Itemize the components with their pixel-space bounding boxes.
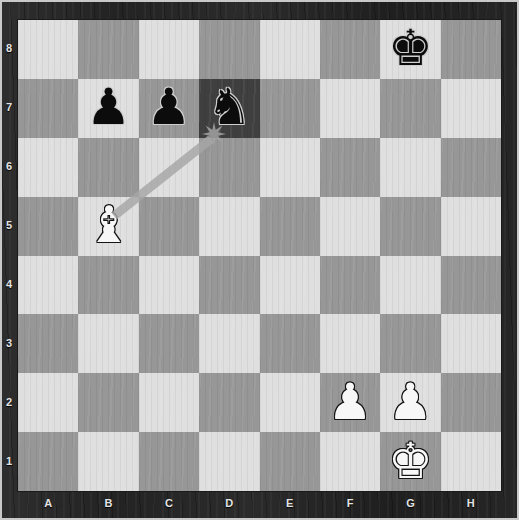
black-pawn[interactable]: ♟	[147, 82, 192, 132]
white-bishop[interactable]: ♝	[86, 200, 131, 250]
square-b5[interactable]: ♝	[78, 197, 138, 256]
square-f2[interactable]: ♟	[320, 373, 380, 432]
square-c2[interactable]	[139, 373, 199, 432]
square-b4[interactable]	[78, 256, 138, 315]
square-g5[interactable]	[380, 197, 440, 256]
square-a6[interactable]	[18, 138, 78, 197]
square-b7[interactable]: ♟	[78, 79, 138, 138]
square-c7[interactable]: ♟	[139, 79, 199, 138]
square-b3[interactable]	[78, 314, 138, 373]
chessboard-frame: ♚♟♟♞♝♟♟♚ 87654321 ABCDEFGH	[0, 0, 519, 520]
rank-label-5: 5	[0, 219, 18, 231]
square-e8[interactable]	[260, 20, 320, 79]
square-f5[interactable]	[320, 197, 380, 256]
square-h6[interactable]	[441, 138, 501, 197]
file-label-H: H	[464, 497, 478, 509]
square-f1[interactable]	[320, 432, 380, 491]
rank-label-6: 6	[0, 160, 18, 172]
square-e7[interactable]	[260, 79, 320, 138]
square-b1[interactable]	[78, 432, 138, 491]
square-d4[interactable]	[199, 256, 259, 315]
square-d7[interactable]: ♞	[199, 79, 259, 138]
black-pawn[interactable]: ♟	[86, 82, 131, 132]
square-f7[interactable]	[320, 79, 380, 138]
square-e6[interactable]	[260, 138, 320, 197]
square-a8[interactable]	[18, 20, 78, 79]
square-h2[interactable]	[441, 373, 501, 432]
black-knight[interactable]: ♞	[207, 82, 252, 132]
square-g7[interactable]	[380, 79, 440, 138]
rank-label-2: 2	[0, 396, 18, 408]
square-d8[interactable]	[199, 20, 259, 79]
square-c6[interactable]	[139, 138, 199, 197]
white-pawn[interactable]: ♟	[388, 377, 433, 427]
white-pawn[interactable]: ♟	[328, 377, 373, 427]
square-g6[interactable]	[380, 138, 440, 197]
square-h8[interactable]	[441, 20, 501, 79]
square-e5[interactable]	[260, 197, 320, 256]
square-h1[interactable]	[441, 432, 501, 491]
file-label-D: D	[222, 497, 236, 509]
square-g1[interactable]: ♚	[380, 432, 440, 491]
square-g2[interactable]: ♟	[380, 373, 440, 432]
square-g4[interactable]	[380, 256, 440, 315]
square-e4[interactable]	[260, 256, 320, 315]
square-e3[interactable]	[260, 314, 320, 373]
file-label-A: A	[41, 497, 55, 509]
square-a1[interactable]	[18, 432, 78, 491]
square-h3[interactable]	[441, 314, 501, 373]
square-a2[interactable]	[18, 373, 78, 432]
square-h5[interactable]	[441, 197, 501, 256]
square-c3[interactable]	[139, 314, 199, 373]
file-label-E: E	[283, 497, 297, 509]
file-label-F: F	[343, 497, 357, 509]
file-label-B: B	[102, 497, 116, 509]
square-f3[interactable]	[320, 314, 380, 373]
square-e2[interactable]	[260, 373, 320, 432]
square-g8[interactable]: ♚	[380, 20, 440, 79]
square-a4[interactable]	[18, 256, 78, 315]
square-d5[interactable]	[199, 197, 259, 256]
square-d2[interactable]	[199, 373, 259, 432]
square-c8[interactable]	[139, 20, 199, 79]
square-b2[interactable]	[78, 373, 138, 432]
square-h4[interactable]	[441, 256, 501, 315]
rank-label-4: 4	[0, 278, 18, 290]
square-c4[interactable]	[139, 256, 199, 315]
white-king[interactable]: ♚	[388, 436, 433, 486]
square-f4[interactable]	[320, 256, 380, 315]
file-label-G: G	[403, 497, 417, 509]
square-f8[interactable]	[320, 20, 380, 79]
black-king[interactable]: ♚	[388, 23, 433, 73]
square-d6[interactable]	[199, 138, 259, 197]
rank-label-3: 3	[0, 337, 18, 349]
square-b8[interactable]	[78, 20, 138, 79]
square-a7[interactable]	[18, 79, 78, 138]
square-c5[interactable]	[139, 197, 199, 256]
square-b6[interactable]	[78, 138, 138, 197]
rank-label-1: 1	[0, 455, 18, 467]
square-d1[interactable]	[199, 432, 259, 491]
square-d3[interactable]	[199, 314, 259, 373]
rank-label-7: 7	[0, 101, 18, 113]
square-g3[interactable]	[380, 314, 440, 373]
chessboard: ♚♟♟♞♝♟♟♚	[18, 20, 501, 491]
square-f6[interactable]	[320, 138, 380, 197]
square-c1[interactable]	[139, 432, 199, 491]
square-e1[interactable]	[260, 432, 320, 491]
square-h7[interactable]	[441, 79, 501, 138]
file-label-C: C	[162, 497, 176, 509]
rank-label-8: 8	[0, 42, 18, 54]
square-a3[interactable]	[18, 314, 78, 373]
square-a5[interactable]	[18, 197, 78, 256]
